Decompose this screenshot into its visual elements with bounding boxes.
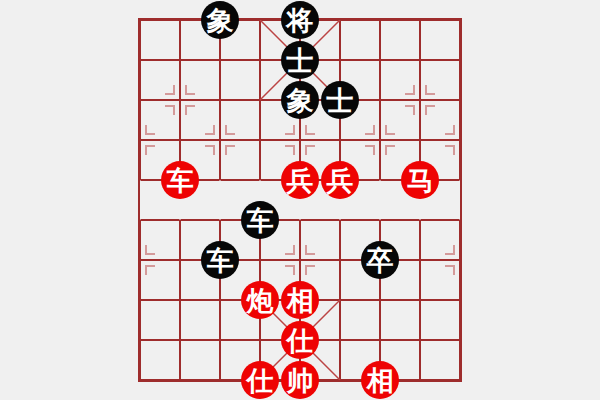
board-cell <box>140 60 180 100</box>
board-cell <box>380 100 420 140</box>
red-general-piece[interactable]: 帅 <box>281 361 319 399</box>
board-cell <box>380 60 420 100</box>
red-elephant-piece[interactable]: 相 <box>361 361 399 399</box>
red-advisor-piece[interactable]: 仕 <box>241 361 279 399</box>
board-cell <box>140 100 180 140</box>
board-cell <box>140 340 180 380</box>
board-cell <box>420 20 460 60</box>
black-chariot-piece[interactable]: 车 <box>241 201 279 239</box>
red-chariot-piece[interactable]: 车 <box>161 161 199 199</box>
board-cell <box>380 300 420 340</box>
board-cell <box>140 300 180 340</box>
black-advisor-piece[interactable]: 士 <box>281 41 319 79</box>
red-elephant-piece[interactable]: 相 <box>281 281 319 319</box>
board-cell <box>420 340 460 380</box>
board-cell <box>420 220 460 260</box>
black-elephant-piece[interactable]: 象 <box>281 81 319 119</box>
board-cell <box>220 60 260 100</box>
board-cell <box>340 300 380 340</box>
board-cell <box>180 300 220 340</box>
red-soldier-piece[interactable]: 兵 <box>281 161 319 199</box>
red-soldier-piece[interactable]: 兵 <box>321 161 359 199</box>
board-cell <box>140 260 180 300</box>
black-elephant-piece[interactable]: 象 <box>201 1 239 39</box>
board-cell <box>140 220 180 260</box>
board-cell <box>300 220 340 260</box>
red-cannon-piece[interactable]: 炮 <box>241 281 279 319</box>
board-cell <box>180 340 220 380</box>
black-chariot-piece[interactable]: 车 <box>201 241 239 279</box>
board-cell <box>420 300 460 340</box>
board-cell <box>180 100 220 140</box>
red-advisor-piece[interactable]: 仕 <box>281 321 319 359</box>
board-cell <box>180 60 220 100</box>
black-soldier-piece[interactable]: 卒 <box>361 241 399 279</box>
xiangqi-app: 象将士象士车兵兵马车车卒炮相仕仕帅相 <box>0 0 600 400</box>
board-cell <box>420 260 460 300</box>
black-general-piece[interactable]: 将 <box>281 1 319 39</box>
black-advisor-piece[interactable]: 士 <box>321 81 359 119</box>
board-cell <box>420 100 460 140</box>
board-cell <box>420 60 460 100</box>
red-horse-piece[interactable]: 马 <box>401 161 439 199</box>
board-cell <box>140 20 180 60</box>
board-cell <box>220 100 260 140</box>
board-cell <box>380 20 420 60</box>
board-cell <box>220 140 260 180</box>
xiangqi-board: 象将士象士车兵兵马车车卒炮相仕仕帅相 <box>138 18 462 382</box>
board-cell <box>340 20 380 60</box>
